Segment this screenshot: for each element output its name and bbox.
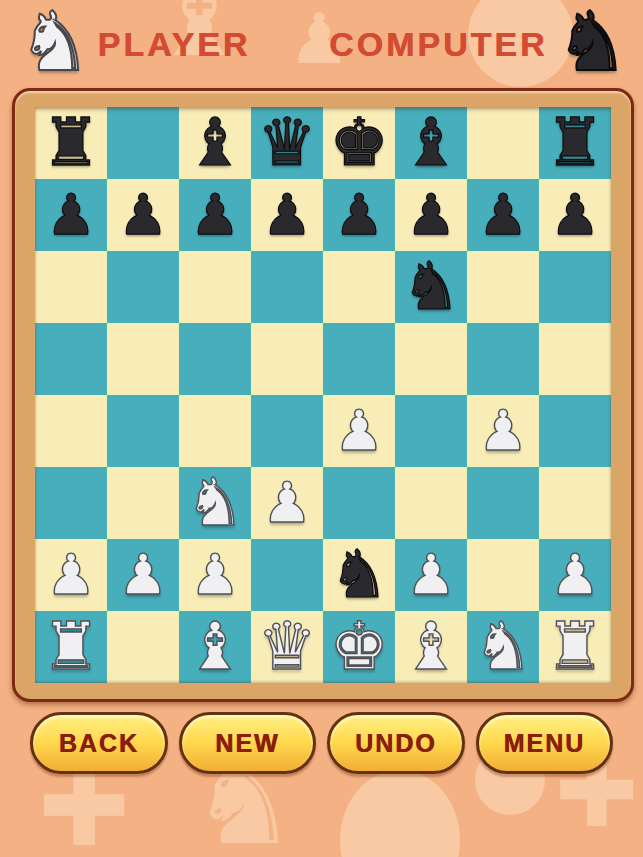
piece-white-pawn[interactable]: ♟ bbox=[334, 395, 384, 467]
piece-black-pawn[interactable]: ♟ bbox=[190, 179, 240, 251]
square-g5[interactable] bbox=[467, 323, 539, 395]
square-d8[interactable]: ♛ bbox=[251, 107, 323, 179]
square-c1[interactable]: ♝ bbox=[179, 611, 251, 683]
piece-black-rook[interactable]: ♜ bbox=[545, 107, 604, 179]
square-f8[interactable]: ♝ bbox=[395, 107, 467, 179]
piece-black-rook[interactable]: ♜ bbox=[41, 107, 100, 179]
square-a5[interactable] bbox=[35, 323, 107, 395]
piece-black-pawn[interactable]: ♟ bbox=[406, 179, 456, 251]
square-g7[interactable]: ♟ bbox=[467, 179, 539, 251]
chess-board-frame: ♜♝♛♚♝♜♟♟♟♟♟♟♟♟♞♟♟♞♟♟♟♟♞♟♟♜♝♛♚♝♞♜ bbox=[12, 88, 634, 702]
square-c6[interactable] bbox=[179, 251, 251, 323]
square-b3[interactable] bbox=[107, 467, 179, 539]
square-h7[interactable]: ♟ bbox=[539, 179, 611, 251]
square-f4[interactable] bbox=[395, 395, 467, 467]
piece-white-knight[interactable]: ♞ bbox=[473, 611, 532, 683]
square-a2[interactable]: ♟ bbox=[35, 539, 107, 611]
square-f5[interactable] bbox=[395, 323, 467, 395]
piece-white-knight[interactable]: ♞ bbox=[185, 467, 244, 539]
piece-black-pawn[interactable]: ♟ bbox=[46, 179, 96, 251]
piece-white-pawn[interactable]: ♟ bbox=[118, 539, 168, 611]
square-g4[interactable]: ♟ bbox=[467, 395, 539, 467]
square-h2[interactable]: ♟ bbox=[539, 539, 611, 611]
square-e6[interactable] bbox=[323, 251, 395, 323]
square-h6[interactable] bbox=[539, 251, 611, 323]
square-d1[interactable]: ♛ bbox=[251, 611, 323, 683]
square-g8[interactable] bbox=[467, 107, 539, 179]
computer-name-label: COMPUTER bbox=[329, 25, 548, 64]
piece-black-bishop[interactable]: ♝ bbox=[401, 107, 460, 179]
square-e4[interactable]: ♟ bbox=[323, 395, 395, 467]
new-button[interactable]: NEW bbox=[179, 712, 317, 774]
square-h4[interactable] bbox=[539, 395, 611, 467]
square-d4[interactable] bbox=[251, 395, 323, 467]
piece-white-pawn[interactable]: ♟ bbox=[550, 539, 600, 611]
square-d7[interactable]: ♟ bbox=[251, 179, 323, 251]
square-h3[interactable] bbox=[539, 467, 611, 539]
piece-white-pawn[interactable]: ♟ bbox=[406, 539, 456, 611]
square-f1[interactable]: ♝ bbox=[395, 611, 467, 683]
square-b2[interactable]: ♟ bbox=[107, 539, 179, 611]
chess-board: ♜♝♛♚♝♜♟♟♟♟♟♟♟♟♞♟♟♞♟♟♟♟♞♟♟♜♝♛♚♝♞♜ bbox=[35, 107, 611, 683]
square-c5[interactable] bbox=[179, 323, 251, 395]
piece-black-pawn[interactable]: ♟ bbox=[550, 179, 600, 251]
square-b4[interactable] bbox=[107, 395, 179, 467]
piece-white-bishop[interactable]: ♝ bbox=[185, 611, 244, 683]
square-a1[interactable]: ♜ bbox=[35, 611, 107, 683]
piece-black-bishop[interactable]: ♝ bbox=[185, 107, 244, 179]
square-g1[interactable]: ♞ bbox=[467, 611, 539, 683]
square-c2[interactable]: ♟ bbox=[179, 539, 251, 611]
black-knight-icon: ♞ bbox=[555, 1, 629, 83]
app-background: { "game": "chess", "app_style": "cartoon… bbox=[0, 0, 643, 857]
square-d3[interactable]: ♟ bbox=[251, 467, 323, 539]
piece-black-knight[interactable]: ♞ bbox=[329, 539, 388, 611]
square-a4[interactable] bbox=[35, 395, 107, 467]
square-a3[interactable] bbox=[35, 467, 107, 539]
piece-black-pawn[interactable]: ♟ bbox=[478, 179, 528, 251]
square-d6[interactable] bbox=[251, 251, 323, 323]
square-b1[interactable] bbox=[107, 611, 179, 683]
square-g3[interactable] bbox=[467, 467, 539, 539]
piece-white-rook[interactable]: ♜ bbox=[41, 611, 100, 683]
square-c7[interactable]: ♟ bbox=[179, 179, 251, 251]
background-circle-shape bbox=[340, 770, 460, 857]
square-h8[interactable]: ♜ bbox=[539, 107, 611, 179]
player-name-label: PLAYER bbox=[98, 25, 251, 64]
square-d5[interactable] bbox=[251, 323, 323, 395]
square-h5[interactable] bbox=[539, 323, 611, 395]
square-c4[interactable] bbox=[179, 395, 251, 467]
square-a6[interactable] bbox=[35, 251, 107, 323]
white-knight-icon: ♞ bbox=[18, 1, 92, 83]
undo-button[interactable]: UNDO bbox=[327, 712, 465, 774]
square-f6[interactable]: ♞ bbox=[395, 251, 467, 323]
button-bar: BACK NEW UNDO MENU bbox=[30, 712, 613, 774]
piece-black-king[interactable]: ♚ bbox=[329, 107, 388, 179]
piece-black-pawn[interactable]: ♟ bbox=[118, 179, 168, 251]
back-button[interactable]: BACK bbox=[30, 712, 168, 774]
piece-black-knight[interactable]: ♞ bbox=[401, 251, 460, 323]
piece-white-pawn[interactable]: ♟ bbox=[262, 467, 312, 539]
piece-white-queen[interactable]: ♛ bbox=[257, 611, 316, 683]
square-f7[interactable]: ♟ bbox=[395, 179, 467, 251]
square-b7[interactable]: ♟ bbox=[107, 179, 179, 251]
piece-black-pawn[interactable]: ♟ bbox=[334, 179, 384, 251]
square-h1[interactable]: ♜ bbox=[539, 611, 611, 683]
square-e1[interactable]: ♚ bbox=[323, 611, 395, 683]
piece-white-bishop[interactable]: ♝ bbox=[401, 611, 460, 683]
piece-white-pawn[interactable]: ♟ bbox=[190, 539, 240, 611]
piece-white-pawn[interactable]: ♟ bbox=[478, 395, 528, 467]
player-bar: ♞ PLAYER COMPUTER ♞ bbox=[0, 0, 643, 88]
piece-white-king[interactable]: ♚ bbox=[329, 611, 388, 683]
square-d2[interactable] bbox=[251, 539, 323, 611]
piece-white-rook[interactable]: ♜ bbox=[545, 611, 604, 683]
square-e8[interactable]: ♚ bbox=[323, 107, 395, 179]
square-c3[interactable]: ♞ bbox=[179, 467, 251, 539]
square-c8[interactable]: ♝ bbox=[179, 107, 251, 179]
square-e3[interactable] bbox=[323, 467, 395, 539]
piece-black-pawn[interactable]: ♟ bbox=[262, 179, 312, 251]
menu-button[interactable]: MENU bbox=[476, 712, 614, 774]
square-f2[interactable]: ♟ bbox=[395, 539, 467, 611]
square-a7[interactable]: ♟ bbox=[35, 179, 107, 251]
square-a8[interactable]: ♜ bbox=[35, 107, 107, 179]
piece-black-queen[interactable]: ♛ bbox=[257, 107, 316, 179]
square-f3[interactable] bbox=[395, 467, 467, 539]
square-b6[interactable] bbox=[107, 251, 179, 323]
square-e7[interactable]: ♟ bbox=[323, 179, 395, 251]
square-e2[interactable]: ♞ bbox=[323, 539, 395, 611]
square-g6[interactable] bbox=[467, 251, 539, 323]
piece-white-pawn[interactable]: ♟ bbox=[46, 539, 96, 611]
square-e5[interactable] bbox=[323, 323, 395, 395]
square-b5[interactable] bbox=[107, 323, 179, 395]
square-g2[interactable] bbox=[467, 539, 539, 611]
square-b8[interactable] bbox=[107, 107, 179, 179]
